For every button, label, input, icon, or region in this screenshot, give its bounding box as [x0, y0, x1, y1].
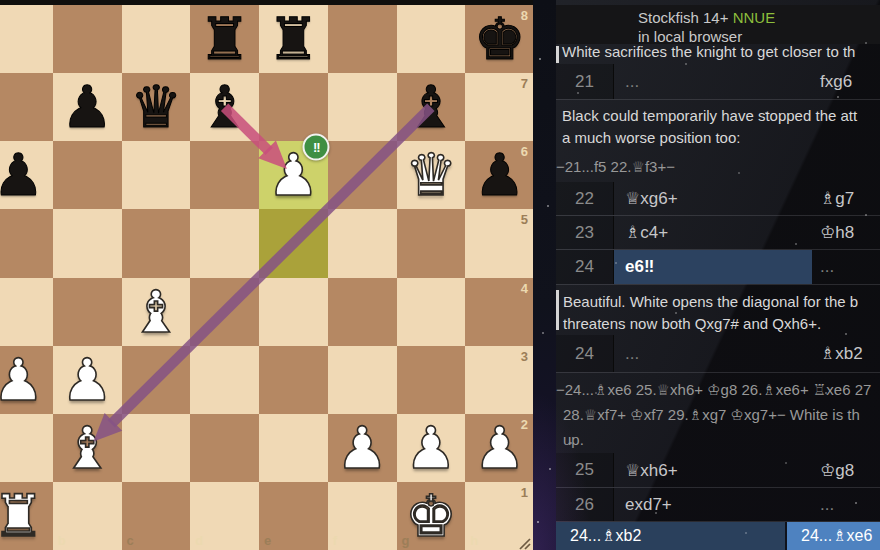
move-row-23: 23 ♗c4+ ♔h8: [556, 216, 880, 250]
move-number: 26: [556, 488, 614, 521]
comment-left-bar: [556, 290, 559, 330]
engine-subtitle: in local browser: [638, 27, 880, 46]
move-21-white[interactable]: ...: [614, 64, 812, 99]
coord-rank-1: 1: [521, 485, 528, 500]
white-pawn-f2[interactable]: ♟: [328, 414, 397, 482]
coord-file-h: h: [470, 533, 478, 548]
coord-rank-8: 8: [521, 8, 528, 23]
black-rook-d8[interactable]: ♜: [190, 5, 259, 73]
analysis-screen: ♜♜♚♟♛♝♝♟♟♛♟♝♟♟♝♟♟♟♜♚87654321abcdefgh!! S…: [0, 0, 880, 550]
square-d3[interactable]: [190, 346, 259, 414]
square-d2[interactable]: [190, 414, 259, 482]
move-row-24-black: 24 ... ♗xb2: [556, 335, 880, 373]
coord-rank-5: 5: [521, 212, 528, 227]
square-f6[interactable]: [328, 141, 397, 209]
square-a5[interactable]: [0, 209, 53, 277]
fork-option-bxe6-button[interactable]: 24...♗xe6: [785, 522, 880, 550]
white-pawn-a3[interactable]: ♟: [0, 346, 53, 414]
variation-24[interactable]: −24...♗xe6 25.♕xh6+ ♔g8 26.♗xe6+ ♖xe6 27…: [556, 373, 880, 453]
move-24-black[interactable]: ...: [812, 250, 880, 284]
brilliant-move-badge: !!: [303, 134, 330, 161]
black-bishop-d7[interactable]: ♝: [190, 73, 259, 141]
move-23-white[interactable]: ♗c4+: [614, 216, 812, 249]
square-b8[interactable]: [53, 5, 122, 73]
coord-rank-3: 3: [521, 349, 528, 364]
coord-file-b: b: [58, 533, 66, 548]
move-number: 23: [556, 216, 614, 249]
coord-file-f: f: [333, 533, 337, 548]
white-rook-a1[interactable]: ♜: [0, 482, 53, 550]
black-rook-e8[interactable]: ♜: [259, 5, 328, 73]
variation-line: 28.♕xf7+ ♔xf7 29.♗xg7 ♔xg7+− White is th: [556, 402, 880, 427]
square-c2[interactable]: [122, 414, 191, 482]
square-a7[interactable]: [0, 73, 53, 141]
square-f4[interactable]: [328, 278, 397, 346]
coord-file-c: c: [127, 533, 134, 548]
square-b5[interactable]: [53, 209, 122, 277]
comment-line: threatens now both Qxg7# and Qxh6+.: [563, 313, 880, 335]
square-c3[interactable]: [122, 346, 191, 414]
move-22-black[interactable]: ♗g7: [812, 182, 880, 215]
square-d4[interactable]: [190, 278, 259, 346]
coord-rank-2: 2: [521, 417, 528, 432]
white-bishop-b2[interactable]: ♝: [53, 414, 122, 482]
square-b6[interactable]: [53, 141, 122, 209]
move-26-black[interactable]: ...: [812, 488, 880, 521]
black-pawn-a6[interactable]: ♟: [0, 141, 53, 209]
square-g3[interactable]: [397, 346, 466, 414]
comment-line: Black could temporarily have stopped the…: [562, 105, 880, 127]
black-bishop-g7[interactable]: ♝: [397, 73, 466, 141]
coord-file-g: g: [402, 533, 410, 548]
comment-left-bar: [556, 46, 559, 63]
move-21-black[interactable]: fxg6: [812, 64, 880, 99]
move-row-26: 26 exd7+ ...: [556, 488, 880, 522]
black-queen-c7[interactable]: ♛: [122, 73, 191, 141]
move-24b-black[interactable]: ♗xb2: [812, 335, 880, 372]
square-d6[interactable]: [190, 141, 259, 209]
engine-header: Stockfish 14+ NNUE in local browser: [556, 5, 880, 44]
white-queen-g6[interactable]: ♛: [397, 141, 466, 209]
square-a4[interactable]: [0, 278, 53, 346]
black-pawn-b7[interactable]: ♟: [53, 73, 122, 141]
move-24-white-current[interactable]: e6‼: [614, 250, 812, 284]
square-a2[interactable]: [0, 414, 53, 482]
move-number: 21: [556, 64, 614, 99]
square-g8[interactable]: [397, 5, 466, 73]
fork-option-bxb2-button[interactable]: 24...♗xb2: [556, 522, 785, 550]
engine-name: Stockfish 14+ NNUE: [638, 8, 880, 27]
variation-line: up.: [556, 427, 880, 452]
square-f5[interactable]: [328, 209, 397, 277]
coord-rank-6: 6: [521, 144, 528, 159]
move-list: Stockfish 14+ NNUE in local browser Whit…: [556, 0, 880, 550]
square-g5[interactable]: [397, 209, 466, 277]
move-row-25: 25 ♕xh6+ ♔g8: [556, 453, 880, 488]
square-e4[interactable]: [259, 278, 328, 346]
square-c5[interactable]: [122, 209, 191, 277]
move-26-white[interactable]: exd7+: [614, 488, 812, 521]
coord-file-e: e: [264, 533, 271, 548]
move-number: 22: [556, 182, 614, 215]
move-24b-white[interactable]: ...: [614, 335, 812, 372]
square-c6[interactable]: [122, 141, 191, 209]
comment-line: a much worse position too:: [562, 127, 880, 149]
square-e5[interactable]: [259, 209, 328, 277]
variation-21[interactable]: −21...f5 22.♕f3+−: [556, 152, 880, 182]
variation-line: −24...♗xe6 25.♕xh6+ ♔g8 26.♗xe6+ ♖xe6 27: [556, 377, 880, 402]
square-b4[interactable]: [53, 278, 122, 346]
engine-name-text: Stockfish 14+: [638, 9, 728, 26]
move-number: 24: [556, 335, 614, 372]
square-d5[interactable]: [190, 209, 259, 277]
move-row-24: 24 e6‼ ...: [556, 250, 880, 285]
coord-rank-4: 4: [521, 281, 528, 296]
white-bishop-c4[interactable]: ♝: [122, 278, 191, 346]
engine-nnue-badge: NNUE: [733, 9, 776, 26]
comment-line: Beautiful. White opens the diagonal for …: [563, 291, 880, 313]
move-row-22: 22 ♕xg6+ ♗g7: [556, 182, 880, 216]
move-number: 24: [556, 250, 614, 284]
square-g4[interactable]: [397, 278, 466, 346]
move-25-black[interactable]: ♔g8: [812, 453, 880, 487]
variation-text: −21...f5 22.♕f3+−: [556, 158, 675, 175]
chess-board[interactable]: ♜♜♚♟♛♝♝♟♟♛♟♝♟♟♝♟♟♟♜♚87654321abcdefgh!!: [0, 0, 533, 550]
comment-black-stopped: Black could temporarily have stopped the…: [556, 100, 880, 152]
square-f7[interactable]: [328, 73, 397, 141]
move-23-black[interactable]: ♔h8: [812, 216, 880, 249]
starfield-decoration: [533, 0, 535, 2]
move-22-white[interactable]: ♕xg6+: [614, 182, 812, 215]
analysis-panel: Stockfish 14+ NNUE in local browser Whit…: [533, 0, 880, 550]
white-pawn-g2[interactable]: ♟: [397, 414, 466, 482]
square-e2[interactable]: [259, 414, 328, 482]
move-25-white[interactable]: ♕xh6+: [614, 453, 812, 487]
square-f3[interactable]: [328, 346, 397, 414]
fork-prompt: 24...♗xb2 24...♗xe6: [556, 522, 880, 550]
square-a8[interactable]: [0, 5, 53, 73]
move-row-21: 21 ... fxg6: [556, 64, 880, 100]
square-c8[interactable]: [122, 5, 191, 73]
square-e7[interactable]: [259, 73, 328, 141]
square-f1[interactable]: [328, 482, 397, 550]
square-f8[interactable]: [328, 5, 397, 73]
coord-rank-7: 7: [521, 76, 528, 91]
move-number: 25: [556, 453, 614, 487]
white-pawn-b3[interactable]: ♟: [53, 346, 122, 414]
comment-beautiful: Beautiful. White opens the diagonal for …: [556, 285, 880, 335]
board-grid[interactable]: ♜♜♚♟♛♝♝♟♟♛♟♝♟♟♝♟♟♟♜♚87654321abcdefgh!!: [0, 5, 533, 550]
coord-file-d: d: [195, 533, 203, 548]
square-e3[interactable]: [259, 346, 328, 414]
